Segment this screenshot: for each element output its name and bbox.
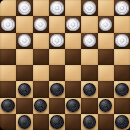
black-piece[interactable] (66, 99, 80, 113)
square-c4[interactable] (33, 65, 49, 81)
square-h2[interactable] (114, 98, 130, 114)
square-g1[interactable] (98, 114, 114, 130)
square-d4[interactable] (49, 65, 65, 81)
square-h6[interactable] (114, 33, 130, 49)
square-c1[interactable] (33, 114, 49, 130)
square-d5[interactable] (49, 49, 65, 65)
square-e5[interactable] (65, 49, 81, 65)
square-f4[interactable] (81, 65, 97, 81)
square-a7[interactable] (0, 16, 16, 32)
square-h4[interactable] (114, 65, 130, 81)
square-d3[interactable] (49, 81, 65, 97)
square-h3[interactable] (114, 81, 130, 97)
black-piece[interactable] (115, 115, 129, 129)
white-piece[interactable] (50, 34, 64, 48)
app-screen (0, 0, 130, 130)
square-f1[interactable] (81, 114, 97, 130)
white-piece[interactable] (1, 18, 15, 32)
square-b2[interactable] (16, 98, 32, 114)
black-piece[interactable] (83, 83, 97, 97)
square-b5[interactable] (16, 49, 32, 65)
white-piece[interactable] (66, 18, 80, 32)
square-e1[interactable] (65, 114, 81, 130)
square-e8[interactable] (65, 0, 81, 16)
square-e7[interactable] (65, 16, 81, 32)
square-f5[interactable] (81, 49, 97, 65)
square-a6[interactable] (0, 33, 16, 49)
black-piece[interactable] (34, 99, 48, 113)
square-a2[interactable] (0, 98, 16, 114)
black-piece[interactable] (115, 83, 129, 97)
square-b4[interactable] (16, 65, 32, 81)
checkers-board (0, 0, 130, 130)
square-c3[interactable] (33, 81, 49, 97)
square-c2[interactable] (33, 98, 49, 114)
square-g7[interactable] (98, 16, 114, 32)
white-piece[interactable] (18, 34, 32, 48)
white-piece[interactable] (115, 1, 129, 15)
square-b1[interactable] (16, 114, 32, 130)
black-piece[interactable] (1, 99, 15, 113)
square-g5[interactable] (98, 49, 114, 65)
square-d7[interactable] (49, 16, 65, 32)
square-c8[interactable] (33, 0, 49, 16)
square-e4[interactable] (65, 65, 81, 81)
square-f2[interactable] (81, 98, 97, 114)
white-piece[interactable] (83, 1, 97, 15)
square-a3[interactable] (0, 81, 16, 97)
black-piece[interactable] (50, 115, 64, 129)
square-a1[interactable] (0, 114, 16, 130)
square-g4[interactable] (98, 65, 114, 81)
white-piece[interactable] (50, 1, 64, 15)
square-g3[interactable] (98, 81, 114, 97)
square-d8[interactable] (49, 0, 65, 16)
square-d1[interactable] (49, 114, 65, 130)
square-c6[interactable] (33, 33, 49, 49)
square-h1[interactable] (114, 114, 130, 130)
square-f8[interactable] (81, 0, 97, 16)
black-piece[interactable] (83, 115, 97, 129)
black-piece[interactable] (99, 99, 113, 113)
white-piece[interactable] (83, 34, 97, 48)
square-b8[interactable] (16, 0, 32, 16)
black-piece[interactable] (50, 83, 64, 97)
square-g2[interactable] (98, 98, 114, 114)
square-a5[interactable] (0, 49, 16, 65)
white-piece[interactable] (34, 18, 48, 32)
square-f6[interactable] (81, 33, 97, 49)
square-e3[interactable] (65, 81, 81, 97)
white-piece[interactable] (115, 34, 129, 48)
square-d6[interactable] (49, 33, 65, 49)
white-piece[interactable] (99, 18, 113, 32)
square-f3[interactable] (81, 81, 97, 97)
square-e2[interactable] (65, 98, 81, 114)
square-g8[interactable] (98, 0, 114, 16)
square-c7[interactable] (33, 16, 49, 32)
square-b6[interactable] (16, 33, 32, 49)
square-h8[interactable] (114, 0, 130, 16)
square-g6[interactable] (98, 33, 114, 49)
square-h5[interactable] (114, 49, 130, 65)
square-e6[interactable] (65, 33, 81, 49)
black-piece[interactable] (18, 115, 32, 129)
square-h7[interactable] (114, 16, 130, 32)
square-b7[interactable] (16, 16, 32, 32)
square-d2[interactable] (49, 98, 65, 114)
square-a4[interactable] (0, 65, 16, 81)
square-c5[interactable] (33, 49, 49, 65)
square-b3[interactable] (16, 81, 32, 97)
white-piece[interactable] (18, 1, 32, 15)
black-piece[interactable] (18, 83, 32, 97)
square-a8[interactable] (0, 0, 16, 16)
square-f7[interactable] (81, 16, 97, 32)
